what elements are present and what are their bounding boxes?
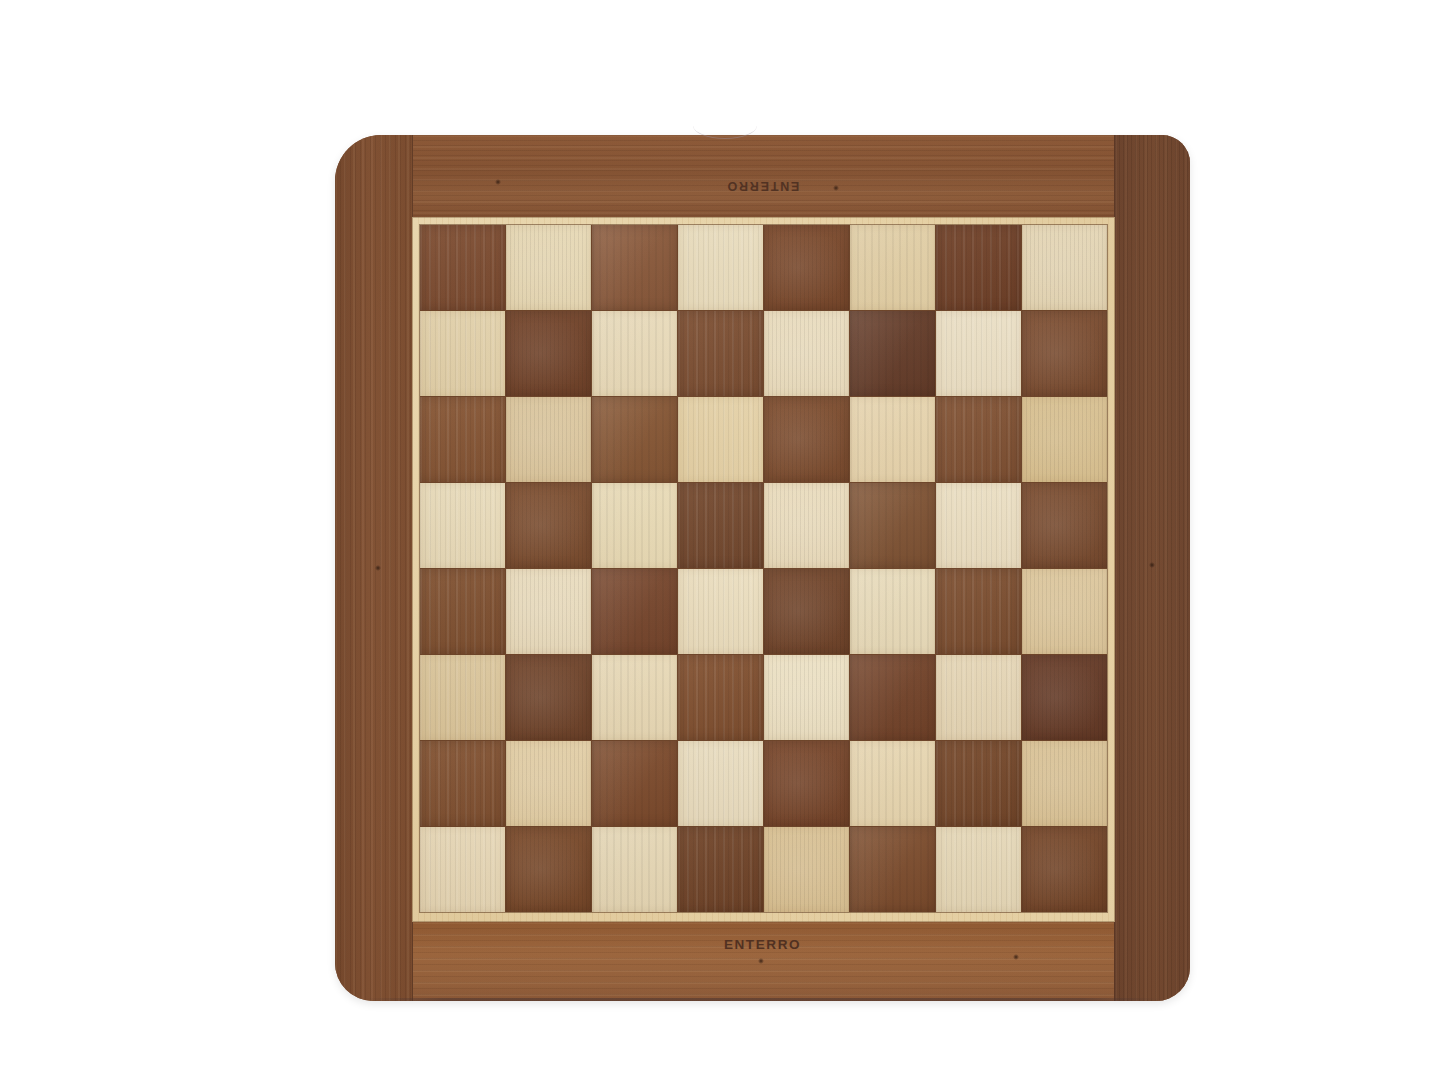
square-f3[interactable] — [850, 655, 935, 740]
square-b3[interactable] — [506, 655, 591, 740]
square-h8[interactable] — [1022, 225, 1107, 310]
square-h2[interactable] — [1022, 741, 1107, 826]
square-d5[interactable] — [678, 483, 763, 568]
square-c7[interactable] — [592, 311, 677, 396]
square-g6[interactable] — [936, 397, 1021, 482]
square-e4[interactable] — [764, 569, 849, 654]
square-g4[interactable] — [936, 569, 1021, 654]
square-c4[interactable] — [592, 569, 677, 654]
board-frame-left — [335, 135, 413, 1001]
square-b6[interactable] — [506, 397, 591, 482]
square-g2[interactable] — [936, 741, 1021, 826]
square-e5[interactable] — [764, 483, 849, 568]
wooden-chess-board: ENTERRO ENTERRO — [335, 135, 1190, 1001]
square-h5[interactable] — [1022, 483, 1107, 568]
square-d4[interactable] — [678, 569, 763, 654]
square-a7[interactable] — [420, 311, 505, 396]
chess-board — [420, 225, 1107, 912]
square-d7[interactable] — [678, 311, 763, 396]
board-frame-bottom — [412, 922, 1115, 1001]
square-f2[interactable] — [850, 741, 935, 826]
square-a5[interactable] — [420, 483, 505, 568]
square-e3[interactable] — [764, 655, 849, 740]
square-h1[interactable] — [1022, 827, 1107, 912]
square-g8[interactable] — [936, 225, 1021, 310]
square-g3[interactable] — [936, 655, 1021, 740]
square-h6[interactable] — [1022, 397, 1107, 482]
square-g1[interactable] — [936, 827, 1021, 912]
square-b1[interactable] — [506, 827, 591, 912]
square-a6[interactable] — [420, 397, 505, 482]
square-g5[interactable] — [936, 483, 1021, 568]
square-c2[interactable] — [592, 741, 677, 826]
board-frame-right — [1114, 135, 1190, 1001]
square-e8[interactable] — [764, 225, 849, 310]
square-c6[interactable] — [592, 397, 677, 482]
square-f1[interactable] — [850, 827, 935, 912]
square-b7[interactable] — [506, 311, 591, 396]
board-frame-top — [412, 135, 1115, 217]
square-c1[interactable] — [592, 827, 677, 912]
square-e1[interactable] — [764, 827, 849, 912]
square-h4[interactable] — [1022, 569, 1107, 654]
square-d1[interactable] — [678, 827, 763, 912]
square-e6[interactable] — [764, 397, 849, 482]
square-f7[interactable] — [850, 311, 935, 396]
square-b5[interactable] — [506, 483, 591, 568]
square-b4[interactable] — [506, 569, 591, 654]
square-d2[interactable] — [678, 741, 763, 826]
square-b2[interactable] — [506, 741, 591, 826]
square-f8[interactable] — [850, 225, 935, 310]
square-e2[interactable] — [764, 741, 849, 826]
square-g7[interactable] — [936, 311, 1021, 396]
page-background: ENTERRO ENTERRO — [0, 0, 1445, 1084]
square-f6[interactable] — [850, 397, 935, 482]
square-d8[interactable] — [678, 225, 763, 310]
square-b8[interactable] — [506, 225, 591, 310]
square-c3[interactable] — [592, 655, 677, 740]
square-a1[interactable] — [420, 827, 505, 912]
square-f4[interactable] — [850, 569, 935, 654]
square-h3[interactable] — [1022, 655, 1107, 740]
square-c8[interactable] — [592, 225, 677, 310]
square-d6[interactable] — [678, 397, 763, 482]
square-a2[interactable] — [420, 741, 505, 826]
square-e7[interactable] — [764, 311, 849, 396]
square-a8[interactable] — [420, 225, 505, 310]
square-a3[interactable] — [420, 655, 505, 740]
square-d3[interactable] — [678, 655, 763, 740]
square-h7[interactable] — [1022, 311, 1107, 396]
square-a4[interactable] — [420, 569, 505, 654]
square-f5[interactable] — [850, 483, 935, 568]
square-c5[interactable] — [592, 483, 677, 568]
